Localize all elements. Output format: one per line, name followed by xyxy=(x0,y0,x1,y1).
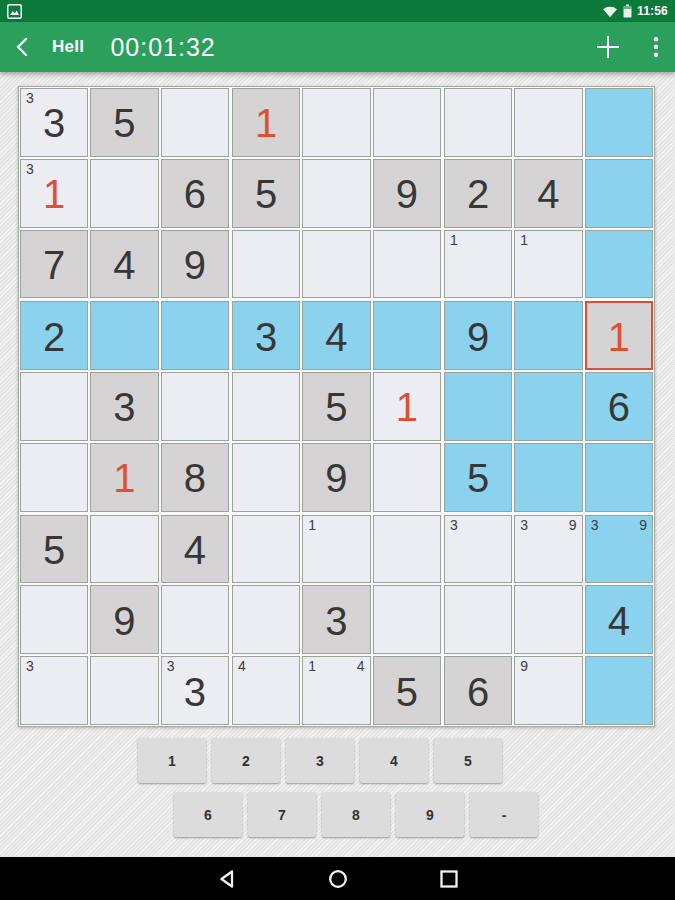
box-6: 9165 xyxy=(444,301,653,511)
pencil-notes: 1 xyxy=(450,233,506,248)
back-arrow-icon[interactable] xyxy=(13,36,31,58)
cell-r5c3[interactable] xyxy=(161,372,229,441)
cell-value: 5 xyxy=(43,528,65,570)
cell-r1c5[interactable] xyxy=(302,88,370,157)
cell-value: 1 xyxy=(43,172,65,214)
cell-r7c1[interactable]: 5 xyxy=(20,515,88,584)
cell-r2c6[interactable]: 9 xyxy=(373,159,441,228)
cell-r2c9[interactable] xyxy=(585,159,653,228)
cell-r3c8[interactable]: 1 xyxy=(514,230,582,299)
numpad-button-clear[interactable]: - xyxy=(470,792,538,837)
cell-r6c8[interactable] xyxy=(514,443,582,512)
cell-r6c9[interactable] xyxy=(585,443,653,512)
cell-r3c2[interactable]: 4 xyxy=(90,230,158,299)
numpad-row-2: 6789- xyxy=(174,792,675,837)
cell-r3c3[interactable]: 9 xyxy=(161,230,229,299)
cell-r7c8[interactable]: 39 xyxy=(514,515,582,584)
overflow-menu-icon[interactable] xyxy=(653,36,659,58)
numpad-button-3[interactable]: 3 xyxy=(286,738,354,783)
cell-value: 5 xyxy=(255,172,277,214)
cell-r9c4[interactable]: 4 xyxy=(232,656,300,725)
cell-value: 4 xyxy=(537,172,559,214)
cell-r4c6[interactable] xyxy=(373,301,441,370)
pencil-notes: 3 xyxy=(167,659,223,674)
pencil-notes: 3 xyxy=(450,518,506,533)
box-9: 33939469 xyxy=(444,515,653,725)
numpad-button-9[interactable]: 9 xyxy=(396,792,464,837)
back-triangle-icon[interactable] xyxy=(217,869,237,889)
cell-r1c9[interactable] xyxy=(585,88,653,157)
cell-value: 6 xyxy=(184,172,206,214)
cell-r6c5[interactable]: 9 xyxy=(302,443,370,512)
wifi-icon xyxy=(602,5,618,18)
numpad-button-8[interactable]: 8 xyxy=(322,792,390,837)
cell-value: 5 xyxy=(113,101,135,143)
cell-r7c5[interactable]: 1 xyxy=(302,515,370,584)
pencil-notes: 1 xyxy=(308,518,364,533)
pencil-notes: 14 xyxy=(308,659,364,674)
box-5: 34519 xyxy=(232,301,441,511)
pencil-notes: 4 xyxy=(238,659,294,674)
cell-value: 7 xyxy=(43,243,65,285)
cell-value: 1 xyxy=(255,101,277,143)
cell-r9c6[interactable]: 5 xyxy=(373,656,441,725)
cell-r1c4[interactable]: 1 xyxy=(232,88,300,157)
cell-value: 4 xyxy=(608,599,630,641)
cell-r8c6[interactable] xyxy=(373,585,441,654)
cell-r3c6[interactable] xyxy=(373,230,441,299)
cell-value: 4 xyxy=(113,243,135,285)
cell-value: 5 xyxy=(467,456,489,498)
cell-r8c7[interactable] xyxy=(444,585,512,654)
cell-r9c5[interactable]: 14 xyxy=(302,656,370,725)
cell-r2c3[interactable]: 6 xyxy=(161,159,229,228)
cell-value: 1 xyxy=(396,385,418,427)
cell-r9c7[interactable]: 6 xyxy=(444,656,512,725)
cell-r7c2[interactable] xyxy=(90,515,158,584)
cell-r7c6[interactable] xyxy=(373,515,441,584)
cell-r6c6[interactable] xyxy=(373,443,441,512)
cell-value: 9 xyxy=(184,243,206,285)
cell-r3c4[interactable] xyxy=(232,230,300,299)
cell-r4c8[interactable] xyxy=(514,301,582,370)
numpad-row-1: 12345 xyxy=(138,738,675,783)
cell-value: 9 xyxy=(467,315,489,357)
cell-r5c2[interactable]: 3 xyxy=(90,372,158,441)
cell-r3c7[interactable]: 1 xyxy=(444,230,512,299)
cell-r1c3[interactable] xyxy=(161,88,229,157)
cell-r7c3[interactable]: 4 xyxy=(161,515,229,584)
app-screen: 11:56 Hell 00:01:32 33531674915924112318… xyxy=(0,0,675,900)
cell-value: 1 xyxy=(113,456,135,498)
cell-r2c8[interactable]: 4 xyxy=(514,159,582,228)
cell-value: 2 xyxy=(467,172,489,214)
cell-value: 9 xyxy=(113,599,135,641)
status-bar: 11:56 xyxy=(0,0,675,22)
battery-icon xyxy=(623,4,632,18)
cell-r9c3[interactable]: 33 xyxy=(161,656,229,725)
cell-r3c5[interactable] xyxy=(302,230,370,299)
cell-r1c6[interactable] xyxy=(373,88,441,157)
cell-r5c1[interactable] xyxy=(20,372,88,441)
box-3: 2411 xyxy=(444,88,653,298)
cell-r1c7[interactable] xyxy=(444,88,512,157)
cell-value: 3 xyxy=(184,670,206,712)
cell-r5c5[interactable]: 5 xyxy=(302,372,370,441)
numpad-button-6[interactable]: 6 xyxy=(174,792,242,837)
cell-r4c5[interactable]: 4 xyxy=(302,301,370,370)
cell-r6c4[interactable] xyxy=(232,443,300,512)
pencil-notes: 39 xyxy=(520,518,576,533)
cell-r8c5[interactable]: 3 xyxy=(302,585,370,654)
home-circle-icon[interactable] xyxy=(328,869,348,889)
cell-r8c4[interactable] xyxy=(232,585,300,654)
cell-r3c9[interactable] xyxy=(585,230,653,299)
plus-icon[interactable] xyxy=(595,34,621,60)
cell-value: 9 xyxy=(325,456,347,498)
sudoku-board: 3353167491592411231834519916554933313414… xyxy=(18,86,655,727)
cell-r2c2[interactable] xyxy=(90,159,158,228)
cell-r8c2[interactable]: 9 xyxy=(90,585,158,654)
cell-r6c7[interactable]: 5 xyxy=(444,443,512,512)
cell-r3c1[interactable]: 7 xyxy=(20,230,88,299)
box-4: 2318 xyxy=(20,301,229,511)
cell-r4c3[interactable] xyxy=(161,301,229,370)
numpad-button-2[interactable]: 2 xyxy=(212,738,280,783)
cell-r8c9[interactable]: 4 xyxy=(585,585,653,654)
cell-r4c1[interactable]: 2 xyxy=(20,301,88,370)
cell-r5c7[interactable] xyxy=(444,372,512,441)
cell-r5c4[interactable] xyxy=(232,372,300,441)
cell-value: 3 xyxy=(255,315,277,357)
cell-value: 5 xyxy=(325,385,347,427)
cell-r8c1[interactable] xyxy=(20,585,88,654)
cell-value: 4 xyxy=(325,315,347,357)
game-timer: 00:01:32 xyxy=(110,33,215,62)
numpad-button-1[interactable]: 1 xyxy=(138,738,206,783)
cell-r6c3[interactable]: 8 xyxy=(161,443,229,512)
difficulty-title: Hell xyxy=(52,37,84,57)
box-1: 335316749 xyxy=(20,88,229,298)
cell-r9c8[interactable]: 9 xyxy=(514,656,582,725)
cell-r5c8[interactable] xyxy=(514,372,582,441)
cell-r9c9[interactable] xyxy=(585,656,653,725)
pencil-notes: 1 xyxy=(520,233,576,248)
cell-value: 5 xyxy=(396,670,418,712)
cell-r7c9[interactable]: 39 xyxy=(585,515,653,584)
cell-r9c1[interactable]: 3 xyxy=(20,656,88,725)
cell-r7c4[interactable] xyxy=(232,515,300,584)
cell-value: 3 xyxy=(43,101,65,143)
numpad-button-4[interactable]: 4 xyxy=(360,738,428,783)
cell-value: 8 xyxy=(184,456,206,498)
cell-r2c7[interactable]: 2 xyxy=(444,159,512,228)
cell-r6c1[interactable] xyxy=(20,443,88,512)
box-8: 134145 xyxy=(232,515,441,725)
recents-square-icon[interactable] xyxy=(439,869,459,889)
cell-value: 2 xyxy=(43,315,65,357)
cell-r2c4[interactable]: 5 xyxy=(232,159,300,228)
cell-value: 1 xyxy=(608,315,630,357)
cell-r1c2[interactable]: 5 xyxy=(90,88,158,157)
android-nav-bar xyxy=(0,857,675,900)
pencil-notes: 3 xyxy=(26,659,82,674)
cell-value: 6 xyxy=(608,385,630,427)
pencil-notes: 3 xyxy=(26,162,82,177)
cell-value: 3 xyxy=(113,385,135,427)
pencil-notes: 9 xyxy=(520,659,576,674)
numpad-button-7[interactable]: 7 xyxy=(248,792,316,837)
cell-r9c2[interactable] xyxy=(90,656,158,725)
cell-value: 4 xyxy=(184,528,206,570)
cell-r7c7[interactable]: 3 xyxy=(444,515,512,584)
cell-r4c4[interactable]: 3 xyxy=(232,301,300,370)
box-7: 549333 xyxy=(20,515,229,725)
cell-r4c9-selected[interactable]: 1 xyxy=(585,301,653,370)
cell-r6c2[interactable]: 1 xyxy=(90,443,158,512)
cell-r5c9[interactable]: 6 xyxy=(585,372,653,441)
cell-r5c6[interactable]: 1 xyxy=(373,372,441,441)
photo-notification-icon xyxy=(7,4,22,19)
cell-r4c7[interactable]: 9 xyxy=(444,301,512,370)
status-clock: 11:56 xyxy=(637,4,668,18)
cell-r2c1[interactable]: 31 xyxy=(20,159,88,228)
cell-r1c8[interactable] xyxy=(514,88,582,157)
cell-r4c2[interactable] xyxy=(90,301,158,370)
cell-value: 3 xyxy=(325,599,347,641)
cell-r2c5[interactable] xyxy=(302,159,370,228)
cell-r8c3[interactable] xyxy=(161,585,229,654)
box-2: 159 xyxy=(232,88,441,298)
pencil-notes: 39 xyxy=(591,518,647,533)
toolbar: Hell 00:01:32 xyxy=(0,22,675,72)
cell-value: 9 xyxy=(396,172,418,214)
cell-value: 6 xyxy=(467,670,489,712)
cell-r1c1[interactable]: 33 xyxy=(20,88,88,157)
pencil-notes: 3 xyxy=(26,91,82,106)
numpad-button-5[interactable]: 5 xyxy=(434,738,502,783)
cell-r8c8[interactable] xyxy=(514,585,582,654)
